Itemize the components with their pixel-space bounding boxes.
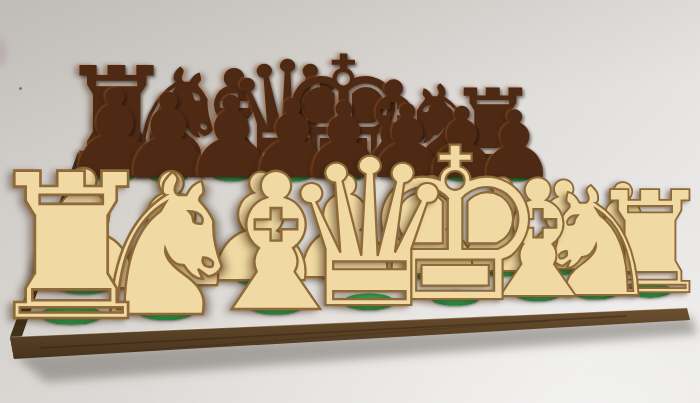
chess-set-photo: Wooden Staunton chess set on a walnut an…	[0, 0, 700, 403]
pieces-layer: ♜♞♝♛♚♝♞♜♟♟♟♟♟♟♟♟♟♟♟♟♟♟♟♟♜♞♝♛♚♝♞♜	[0, 0, 700, 403]
piece-white-rook-a1: ♜	[0, 147, 162, 349]
